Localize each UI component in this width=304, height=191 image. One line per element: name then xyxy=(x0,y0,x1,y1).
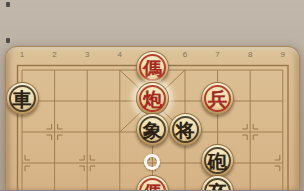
piece-glyph: 傌 xyxy=(137,52,168,83)
piece-glyph: 兵 xyxy=(202,83,233,114)
piece-black-cannon[interactable]: 砲 xyxy=(201,144,234,177)
piece-black-chariot[interactable]: 車 xyxy=(6,82,39,115)
piece-glyph: 炮 xyxy=(137,83,168,114)
piece-red-cannon[interactable]: 炮 xyxy=(136,82,169,115)
piece-red-soldier[interactable]: 兵 xyxy=(201,82,234,115)
piece-glyph: 傌 xyxy=(137,176,168,191)
file-label-8: 8 xyxy=(243,50,257,60)
file-label-1: 1 xyxy=(15,50,29,60)
screen-artifact-dot xyxy=(6,2,10,7)
xiangqi-board[interactable]: 123456789 傌炮兵車象将砲傌卒 xyxy=(5,46,300,190)
piece-glyph: 将 xyxy=(170,114,201,145)
file-label-3: 3 xyxy=(80,50,94,60)
piece-black-elephant[interactable]: 象 xyxy=(136,113,169,146)
piece-black-general[interactable]: 将 xyxy=(169,113,202,146)
piece-red-horse[interactable]: 傌 xyxy=(136,175,169,191)
file-label-6: 6 xyxy=(178,50,192,60)
xiangqi-screen: 123456789 傌炮兵車象将砲傌卒 xyxy=(0,0,304,190)
piece-black-soldier[interactable]: 卒 xyxy=(201,175,234,191)
piece-red-horse[interactable]: 傌 xyxy=(136,51,169,84)
piece-glyph: 卒 xyxy=(202,176,233,191)
file-label-2: 2 xyxy=(48,50,62,60)
file-label-9: 9 xyxy=(276,50,290,60)
piece-glyph: 車 xyxy=(7,83,38,114)
piece-glyph: 象 xyxy=(137,114,168,145)
screen-artifact-dot xyxy=(6,38,10,43)
file-label-7: 7 xyxy=(211,50,225,60)
file-label-4: 4 xyxy=(113,50,127,60)
piece-glyph: 砲 xyxy=(202,145,233,176)
